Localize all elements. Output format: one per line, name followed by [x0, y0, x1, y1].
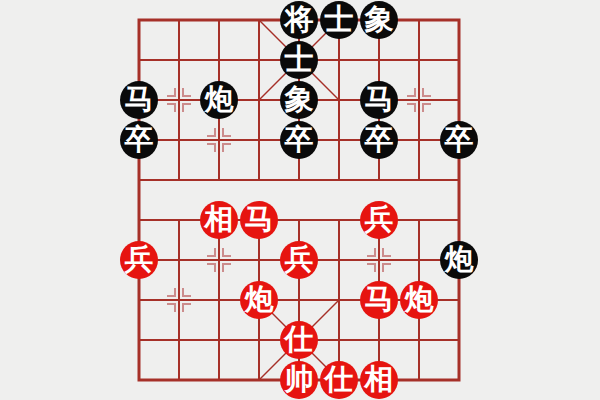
piece-black-cannon[interactable]: 炮 [200, 81, 238, 119]
piece-black-soldier[interactable]: 卒 [280, 121, 318, 159]
piece-black-horse[interactable]: 马 [120, 81, 158, 119]
xiangqi-board-screenshot: 将士象士马炮象马卒卒卒卒炮相马兵兵兵炮马炮仕帅仕相 [0, 0, 600, 400]
black-cannon-glyph: 炮 [445, 245, 474, 274]
black-soldier-glyph: 卒 [445, 125, 474, 154]
red-cannon-glyph: 炮 [405, 285, 434, 314]
piece-red-elephant[interactable]: 相 [360, 361, 398, 399]
red-horse-glyph: 马 [365, 285, 394, 314]
piece-black-advisor[interactable]: 士 [320, 1, 358, 39]
piece-red-horse[interactable]: 马 [240, 201, 278, 239]
piece-black-general[interactable]: 将 [280, 1, 318, 39]
piece-red-elephant[interactable]: 相 [200, 201, 238, 239]
piece-layer: 将士象士马炮象马卒卒卒卒炮相马兵兵兵炮马炮仕帅仕相 [119, 0, 479, 400]
black-advisor-glyph: 士 [325, 5, 354, 34]
red-soldier-glyph: 兵 [125, 245, 154, 274]
black-soldier-glyph: 卒 [125, 125, 154, 154]
piece-red-cannon[interactable]: 炮 [240, 281, 278, 319]
piece-red-soldier[interactable]: 兵 [120, 241, 158, 279]
piece-black-elephant[interactable]: 象 [360, 1, 398, 39]
piece-red-general[interactable]: 帅 [280, 361, 318, 399]
black-horse-glyph: 马 [125, 85, 154, 114]
black-soldier-glyph: 卒 [285, 125, 314, 154]
black-soldier-glyph: 卒 [365, 125, 394, 154]
piece-black-soldier[interactable]: 卒 [120, 121, 158, 159]
red-horse-glyph: 马 [245, 205, 274, 234]
black-advisor-glyph: 士 [285, 45, 314, 74]
piece-red-cannon[interactable]: 炮 [400, 281, 438, 319]
piece-red-soldier[interactable]: 兵 [280, 241, 318, 279]
black-elephant-glyph: 象 [365, 5, 394, 34]
red-elephant-glyph: 相 [205, 205, 234, 234]
red-soldier-glyph: 兵 [285, 245, 314, 274]
black-cannon-glyph: 炮 [205, 85, 234, 114]
piece-red-horse[interactable]: 马 [360, 281, 398, 319]
red-general-glyph: 帅 [285, 365, 314, 394]
piece-black-soldier[interactable]: 卒 [440, 121, 478, 159]
piece-red-advisor[interactable]: 仕 [320, 361, 358, 399]
black-general-glyph: 将 [285, 5, 314, 34]
piece-red-soldier[interactable]: 兵 [360, 201, 398, 239]
red-soldier-glyph: 兵 [365, 205, 394, 234]
piece-black-soldier[interactable]: 卒 [360, 121, 398, 159]
red-advisor-glyph: 仕 [325, 365, 354, 394]
piece-black-elephant[interactable]: 象 [280, 81, 318, 119]
piece-black-advisor[interactable]: 士 [280, 41, 318, 79]
black-elephant-glyph: 象 [285, 85, 314, 114]
red-advisor-glyph: 仕 [285, 325, 314, 354]
red-cannon-glyph: 炮 [245, 285, 274, 314]
piece-red-advisor[interactable]: 仕 [280, 321, 318, 359]
piece-black-cannon[interactable]: 炮 [440, 241, 478, 279]
red-elephant-glyph: 相 [365, 365, 394, 394]
piece-black-horse[interactable]: 马 [360, 81, 398, 119]
black-horse-glyph: 马 [365, 85, 394, 114]
